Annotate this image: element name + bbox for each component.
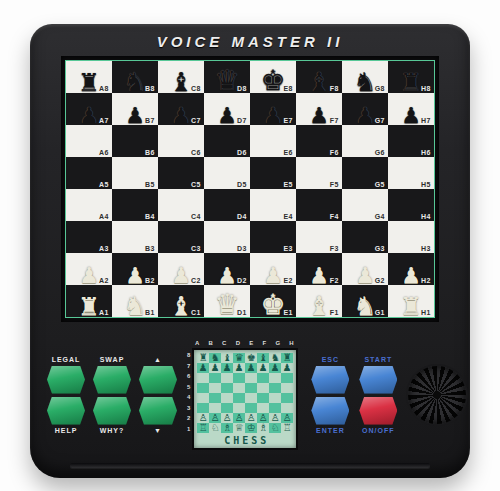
square-label-b6: B6 [145, 149, 155, 156]
square-label-h4: H4 [421, 213, 431, 220]
lcd-file-f: F [263, 340, 267, 346]
lcd-file-g: G [275, 340, 280, 346]
square-g6[interactable]: G6 [342, 125, 388, 157]
black-bishop-piece: ♝ [307, 69, 330, 95]
square-f1[interactable]: F1♝ [296, 285, 342, 317]
white-queen-piece: ♛ [214, 291, 239, 319]
square-label-f2: F2 [330, 277, 339, 284]
right-unit-esc: ESC [309, 356, 351, 394]
square-label-a5: A5 [99, 181, 109, 188]
square-label-h5: H5 [421, 181, 431, 188]
square-f5[interactable]: F5 [296, 157, 342, 189]
lcd-square-h6 [281, 373, 293, 383]
lcd-black-pawn: ♟ [247, 363, 256, 373]
lcd-white-queen: ♕ [235, 423, 244, 433]
square-c4[interactable]: C4 [158, 189, 204, 221]
square-label-g4: G4 [375, 213, 385, 220]
lcd-rank-3: 3 [187, 405, 190, 411]
black-pawn-piece: ♟ [401, 105, 421, 127]
square-label-f6: F6 [330, 149, 339, 156]
square-c5[interactable]: C5 [158, 157, 204, 189]
square-label-f4: F4 [330, 213, 339, 220]
lcd-square-d7: ♟ [233, 363, 245, 373]
square-d6[interactable]: D6 [204, 125, 250, 157]
lcd-rank-5: 5 [187, 384, 190, 390]
square-f6[interactable]: F6 [296, 125, 342, 157]
lcd-square-g1: ♘ [269, 423, 281, 433]
square-e3[interactable]: E3 [250, 221, 296, 253]
square-e8[interactable]: E8♚ [250, 61, 296, 93]
square-f7[interactable]: F7♟ [296, 93, 342, 125]
left-unit-swap: SWAP [92, 356, 132, 394]
black-pawn-piece: ♟ [217, 105, 237, 127]
right-button-pad: ESCSTARTENTERON/OFF [309, 356, 399, 434]
right-unit-start: START [357, 356, 399, 394]
square-label-e2: E2 [283, 277, 293, 284]
lcd-square-g6 [269, 373, 281, 383]
lcd-white-rook: ♖ [199, 423, 208, 433]
square-d4[interactable]: D4 [204, 189, 250, 221]
square-label-h6: H6 [421, 149, 431, 156]
lcd-rank-1: 1 [187, 426, 190, 432]
lcd-black-pawn: ♟ [211, 363, 220, 373]
square-label-h7: H7 [421, 117, 431, 124]
chess-computer-body: VOICE MASTER II A8♜B8♞C8♝D8♛E8♚F8♝G8♞H8♜… [30, 24, 470, 478]
square-c7[interactable]: C7♟ [158, 93, 204, 125]
square-b1[interactable]: B1♞ [112, 285, 158, 317]
main-board: A8♜B8♞C8♝D8♛E8♚F8♝G8♞H8♜A7♟B7♟C7♟D7♟E7♟F… [65, 60, 435, 318]
square-h8[interactable]: H8♜ [388, 61, 434, 93]
square-label-h2: H2 [421, 277, 431, 284]
lcd-square-b5 [209, 383, 221, 393]
square-label-c2: C2 [191, 277, 201, 284]
square-b7[interactable]: B7♟ [112, 93, 158, 125]
black-rook-piece: ♜ [78, 70, 100, 95]
lcd-file-a: A [195, 340, 199, 346]
square-g3[interactable]: G3 [342, 221, 388, 253]
lcd-rank-7: 7 [187, 363, 190, 369]
button-label-esc: ESC [322, 356, 339, 364]
lcd-module: ABCDEFGH 87654321 ♜♞♝♛♚♝♞♜♟♟♟♟♟♟♟♟♙♙♙♙♙♙… [187, 340, 298, 450]
lcd-white-knight: ♘ [211, 423, 220, 433]
white-pawn-piece: ♟ [171, 265, 191, 287]
square-label-c4: C4 [191, 213, 201, 220]
lcd-square-a4 [197, 393, 209, 403]
square-label-c7: C7 [191, 117, 201, 124]
square-label-c6: C6 [191, 149, 201, 156]
square-e2[interactable]: E2♟ [250, 253, 296, 285]
white-pawn-piece: ♟ [355, 265, 375, 287]
lcd-white-bishop: ♗ [259, 423, 268, 433]
lcd-square-a7: ♟ [197, 363, 209, 373]
black-rook-piece: ♜ [400, 70, 422, 95]
lcd-white-rook: ♖ [283, 423, 292, 433]
square-e5[interactable]: E5 [250, 157, 296, 189]
square-label-g2: G2 [375, 277, 385, 284]
square-label-g7: G7 [375, 117, 385, 124]
lcd-black-pawn: ♟ [235, 363, 244, 373]
device-title: VOICE MASTER II [157, 33, 344, 50]
button-up-arrow[interactable] [139, 366, 177, 394]
lcd-mini-board: ♜♞♝♛♚♝♞♜♟♟♟♟♟♟♟♟♙♙♙♙♙♙♙♙♖♘♗♕♔♗♘♖ [197, 353, 293, 433]
square-label-c5: C5 [191, 181, 201, 188]
square-label-f3: F3 [330, 245, 339, 252]
white-pawn-piece: ♟ [79, 265, 99, 287]
square-g7[interactable]: G7♟ [342, 93, 388, 125]
square-label-f5: F5 [330, 181, 339, 188]
lcd-rank-6: 6 [187, 373, 190, 379]
lcd-square-g5 [269, 383, 281, 393]
lcd-square-c1: ♗ [221, 423, 233, 433]
lcd-square-f5 [257, 383, 269, 393]
lcd-file-h: H [289, 340, 293, 346]
front-edge-ridge [70, 463, 430, 468]
square-f4[interactable]: F4 [296, 189, 342, 221]
left-unit-up-arrow: ▲ [138, 356, 178, 394]
lcd-mid: 87654321 ♜♞♝♛♚♝♞♜♟♟♟♟♟♟♟♟♙♙♙♙♙♙♙♙♖♘♗♕♔♗♘… [187, 348, 298, 450]
square-g2[interactable]: G2♟ [342, 253, 388, 285]
square-label-f7: F7 [330, 117, 339, 124]
lcd-square-f4 [257, 393, 269, 403]
square-d3[interactable]: D3 [204, 221, 250, 253]
lcd-square-d1: ♕ [233, 423, 245, 433]
square-label-a7: A7 [99, 117, 109, 124]
white-knight-piece: ♞ [123, 293, 146, 319]
lcd-square-c7: ♟ [221, 363, 233, 373]
lcd-black-pawn: ♟ [223, 363, 232, 373]
lcd-square-e7: ♟ [245, 363, 257, 373]
lcd-rank-legend: 87654321 [187, 348, 190, 450]
lcd-screen: ♜♞♝♛♚♝♞♜♟♟♟♟♟♟♟♟♙♙♙♙♙♙♙♙♖♘♗♕♔♗♘♖ CHESS [192, 348, 298, 450]
button-help[interactable] [47, 397, 85, 425]
square-label-d7: D7 [237, 117, 247, 124]
square-label-f1: F1 [330, 309, 339, 316]
right-unit-onoff: ON/OFF [357, 397, 399, 435]
square-a1[interactable]: A1♜ [66, 285, 112, 317]
white-pawn-piece: ♟ [401, 265, 421, 287]
button-onoff[interactable] [359, 397, 397, 425]
square-label-d6: D6 [237, 149, 247, 156]
square-b6[interactable]: B6 [112, 125, 158, 157]
lcd-white-bishop: ♗ [223, 423, 232, 433]
button-swap[interactable] [93, 366, 131, 394]
square-label-h8: H8 [421, 85, 431, 92]
square-b3[interactable]: B3 [112, 221, 158, 253]
white-rook-piece: ♜ [400, 294, 422, 319]
lcd-square-f6 [257, 373, 269, 383]
square-g8[interactable]: G8♞ [342, 61, 388, 93]
lcd-square-e6 [245, 373, 257, 383]
square-e4[interactable]: E4 [250, 189, 296, 221]
lcd-square-e5 [245, 383, 257, 393]
square-label-b4: B4 [145, 213, 155, 220]
button-label-swap: SWAP [100, 356, 125, 364]
square-label-a4: A4 [99, 213, 109, 220]
white-pawn-piece: ♟ [263, 265, 283, 287]
square-label-e6: E6 [283, 149, 293, 156]
photo-background: VOICE MASTER II A8♜B8♞C8♝D8♛E8♚F8♝G8♞H8♜… [0, 0, 500, 491]
button-legal[interactable] [47, 366, 85, 394]
square-label-c3: C3 [191, 245, 201, 252]
white-pawn-piece: ♟ [217, 265, 237, 287]
lcd-square-a5 [197, 383, 209, 393]
square-b2[interactable]: B2♟ [112, 253, 158, 285]
square-b5[interactable]: B5 [112, 157, 158, 189]
square-c6[interactable]: C6 [158, 125, 204, 157]
button-label-legal: LEGAL [52, 356, 81, 364]
square-a8[interactable]: A8♜ [66, 61, 112, 93]
button-esc[interactable] [311, 366, 349, 394]
square-c2[interactable]: C2♟ [158, 253, 204, 285]
square-label-b3: B3 [145, 245, 155, 252]
square-label-g3: G3 [375, 245, 385, 252]
square-e1[interactable]: E1♚ [250, 285, 296, 317]
square-label-b7: B7 [145, 117, 155, 124]
white-pawn-piece: ♟ [125, 265, 145, 287]
lcd-file-d: D [236, 340, 240, 346]
lcd-square-d6 [233, 373, 245, 383]
square-label-h3: H3 [421, 245, 431, 252]
square-label-b2: B2 [145, 277, 155, 284]
lcd-square-h4 [281, 393, 293, 403]
square-g5[interactable]: G5 [342, 157, 388, 189]
lcd-square-c4 [221, 393, 233, 403]
lcd-file-b: B [209, 340, 213, 346]
lcd-square-f1: ♗ [257, 423, 269, 433]
button-label-onoff: ON/OFF [362, 427, 394, 435]
square-c3[interactable]: C3 [158, 221, 204, 253]
square-a3[interactable]: A3 [66, 221, 112, 253]
square-h3[interactable]: H3 [388, 221, 434, 253]
square-b4[interactable]: B4 [112, 189, 158, 221]
square-h6[interactable]: H6 [388, 125, 434, 157]
black-pawn-piece: ♟ [125, 105, 145, 127]
square-d7[interactable]: D7♟ [204, 93, 250, 125]
lcd-square-f7: ♟ [257, 363, 269, 373]
button-start[interactable] [359, 366, 397, 394]
button-label-help: HELP [55, 427, 78, 435]
square-a6[interactable]: A6 [66, 125, 112, 157]
left-unit-legal: LEGAL [46, 356, 86, 394]
lcd-black-pawn: ♟ [283, 363, 292, 373]
lcd-square-a6 [197, 373, 209, 383]
square-label-e7: E7 [283, 117, 293, 124]
square-label-b5: B5 [145, 181, 155, 188]
lcd-square-h7: ♟ [281, 363, 293, 373]
speaker-grille [408, 366, 466, 424]
button-enter[interactable] [311, 397, 349, 425]
square-label-e4: E4 [283, 213, 293, 220]
square-e7[interactable]: E7♟ [250, 93, 296, 125]
white-rook-piece: ♜ [78, 294, 100, 319]
left-button-pad: LEGALSWAP▲HELPWHY?▼ [46, 356, 178, 434]
lcd-file-legend: ABCDEFGH [190, 340, 298, 346]
square-f8[interactable]: F8♝ [296, 61, 342, 93]
board-frame: A8♜B8♞C8♝D8♛E8♚F8♝G8♞H8♜A7♟B7♟C7♟D7♟E7♟F… [61, 56, 439, 322]
square-label-a2: A2 [99, 277, 109, 284]
title-bar: VOICE MASTER II [30, 33, 470, 51]
square-label-a3: A3 [99, 245, 109, 252]
black-pawn-piece: ♟ [309, 105, 329, 127]
black-knight-piece: ♞ [123, 69, 146, 95]
lcd-square-g7: ♟ [269, 363, 281, 373]
white-bishop-piece: ♝ [169, 293, 192, 319]
square-label-e5: E5 [283, 181, 293, 188]
lcd-rank-4: 4 [187, 394, 190, 400]
lcd-square-a1: ♖ [197, 423, 209, 433]
square-f2[interactable]: F2♟ [296, 253, 342, 285]
square-c1[interactable]: C1♝ [158, 285, 204, 317]
square-label-a6: A6 [99, 149, 109, 156]
button-label-why: WHY? [100, 427, 125, 435]
left-unit-why: WHY? [92, 397, 132, 435]
black-pawn-piece: ♟ [355, 105, 375, 127]
lcd-square-c5 [221, 383, 233, 393]
lcd-white-knight: ♘ [271, 423, 280, 433]
black-king-piece: ♚ [260, 67, 285, 95]
button-label-up-arrow: ▲ [154, 356, 162, 364]
white-knight-piece: ♞ [353, 293, 376, 319]
lcd-file-e: E [249, 340, 253, 346]
square-g1[interactable]: G1♞ [342, 285, 388, 317]
lcd-square-b7: ♟ [209, 363, 221, 373]
square-a2[interactable]: A2♟ [66, 253, 112, 285]
square-label-a8: A8 [99, 85, 109, 92]
lcd-square-b1: ♘ [209, 423, 221, 433]
lcd-square-d5 [233, 383, 245, 393]
square-a4[interactable]: A4 [66, 189, 112, 221]
left-unit-help: HELP [46, 397, 86, 435]
lcd-square-c6 [221, 373, 233, 383]
square-label-g5: G5 [375, 181, 385, 188]
square-a7[interactable]: A7♟ [66, 93, 112, 125]
square-label-d4: D4 [237, 213, 247, 220]
black-pawn-piece: ♟ [171, 105, 191, 127]
square-e6[interactable]: E6 [250, 125, 296, 157]
square-label-h1: H1 [421, 309, 431, 316]
square-b8[interactable]: B8♞ [112, 61, 158, 93]
lcd-file-c: C [222, 340, 226, 346]
button-down-arrow[interactable] [139, 397, 177, 425]
square-d2[interactable]: D2♟ [204, 253, 250, 285]
square-label-a1: A1 [99, 309, 109, 316]
square-label-e3: E3 [283, 245, 293, 252]
lcd-square-h5 [281, 383, 293, 393]
control-panel: LEGALSWAP▲HELPWHY?▼ ABCDEFGH 87654321 ♜♞… [46, 334, 458, 456]
black-bishop-piece: ♝ [169, 69, 192, 95]
square-label-d2: D2 [237, 277, 247, 284]
square-label-d5: D5 [237, 181, 247, 188]
lcd-square-b6 [209, 373, 221, 383]
black-pawn-piece: ♟ [79, 105, 99, 127]
lcd-square-e1: ♔ [245, 423, 257, 433]
black-knight-piece: ♞ [353, 69, 376, 95]
square-c8[interactable]: C8♝ [158, 61, 204, 93]
lcd-black-pawn: ♟ [271, 363, 280, 373]
square-label-g6: G6 [375, 149, 385, 156]
square-label-d3: D3 [237, 245, 247, 252]
square-h5[interactable]: H5 [388, 157, 434, 189]
square-d8[interactable]: D8♛ [204, 61, 250, 93]
button-label-start: START [364, 356, 392, 364]
lcd-status-text: CHESS [197, 433, 293, 448]
lcd-square-h1: ♖ [281, 423, 293, 433]
lcd-black-pawn: ♟ [259, 363, 268, 373]
square-d5[interactable]: D5 [204, 157, 250, 189]
lcd-square-d4 [233, 393, 245, 403]
square-f3[interactable]: F3 [296, 221, 342, 253]
black-queen-piece: ♛ [214, 67, 239, 95]
square-label-f8: F8 [330, 85, 339, 92]
lcd-square-g4 [269, 393, 281, 403]
black-pawn-piece: ♟ [263, 105, 283, 127]
lcd-square-b4 [209, 393, 221, 403]
square-g4[interactable]: G4 [342, 189, 388, 221]
right-unit-enter: ENTER [309, 397, 351, 435]
lcd-rank-8: 8 [187, 352, 190, 358]
lcd-square-e4 [245, 393, 257, 403]
button-label-down-arrow: ▼ [154, 427, 162, 435]
lcd-white-king: ♔ [247, 423, 256, 433]
button-why[interactable] [93, 397, 131, 425]
white-king-piece: ♚ [260, 291, 285, 319]
white-pawn-piece: ♟ [309, 265, 329, 287]
left-unit-down-arrow: ▼ [138, 397, 178, 435]
lcd-rank-2: 2 [187, 415, 190, 421]
square-a5[interactable]: A5 [66, 157, 112, 189]
square-h4[interactable]: H4 [388, 189, 434, 221]
square-h2[interactable]: H2♟ [388, 253, 434, 285]
square-h1[interactable]: H1♜ [388, 285, 434, 317]
square-h7[interactable]: H7♟ [388, 93, 434, 125]
square-d1[interactable]: D1♛ [204, 285, 250, 317]
button-label-enter: ENTER [316, 427, 345, 435]
lcd-black-pawn: ♟ [199, 363, 208, 373]
white-bishop-piece: ♝ [307, 293, 330, 319]
